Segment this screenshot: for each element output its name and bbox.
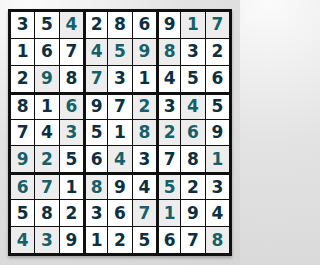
cell-r5c4[interactable]: 5 [84, 120, 107, 146]
cell-r1c1[interactable]: 3 [11, 12, 34, 38]
cell-r1c3[interactable]: 4 [60, 12, 83, 38]
cell-r3c2[interactable]: 9 [35, 66, 58, 92]
cell-r4c9[interactable]: 5 [206, 93, 229, 119]
cell-r6c2[interactable]: 2 [35, 146, 58, 172]
cell-r6c8[interactable]: 8 [181, 146, 204, 172]
cell-r3c5[interactable]: 3 [108, 66, 131, 92]
cell-r9c9[interactable]: 8 [206, 227, 229, 253]
cell-r9c4[interactable]: 1 [84, 227, 107, 253]
cell-r6c1[interactable]: 9 [11, 146, 34, 172]
cell-r5c9[interactable]: 9 [206, 120, 229, 146]
cell-r2c6[interactable]: 9 [133, 39, 156, 65]
cell-r2c5[interactable]: 5 [108, 39, 131, 65]
cell-r2c1[interactable]: 1 [11, 39, 34, 65]
cell-r9c8[interactable]: 7 [181, 227, 204, 253]
cell-r3c8[interactable]: 5 [181, 66, 204, 92]
cell-r5c8[interactable]: 6 [181, 120, 204, 146]
cell-r9c2[interactable]: 3 [35, 227, 58, 253]
cell-r8c8[interactable]: 9 [181, 200, 204, 226]
cell-r3c9[interactable]: 6 [206, 66, 229, 92]
cell-r7c8[interactable]: 2 [181, 173, 204, 199]
cell-r8c2[interactable]: 8 [35, 200, 58, 226]
cell-r1c8[interactable]: 1 [181, 12, 204, 38]
cell-r1c7[interactable]: 9 [157, 12, 180, 38]
cell-r4c3[interactable]: 6 [60, 93, 83, 119]
cell-r2c3[interactable]: 7 [60, 39, 83, 65]
cell-r4c1[interactable]: 8 [11, 93, 34, 119]
cell-r4c5[interactable]: 7 [108, 93, 131, 119]
cell-r8c6[interactable]: 7 [133, 200, 156, 226]
cell-r8c9[interactable]: 4 [206, 200, 229, 226]
cell-r1c6[interactable]: 6 [133, 12, 156, 38]
cell-r9c3[interactable]: 9 [60, 227, 83, 253]
cell-r1c2[interactable]: 5 [35, 12, 58, 38]
cell-r3c1[interactable]: 2 [11, 66, 34, 92]
cell-r5c2[interactable]: 4 [35, 120, 58, 146]
cell-r8c7[interactable]: 1 [157, 200, 180, 226]
cell-r4c7[interactable]: 3 [157, 93, 180, 119]
cell-r6c9[interactable]: 1 [206, 146, 229, 172]
cell-r4c8[interactable]: 4 [181, 93, 204, 119]
cell-r7c4[interactable]: 8 [84, 173, 107, 199]
cell-r7c2[interactable]: 7 [35, 173, 58, 199]
cell-r6c5[interactable]: 4 [108, 146, 131, 172]
cell-r9c7[interactable]: 6 [157, 227, 180, 253]
cell-r3c4[interactable]: 7 [84, 66, 107, 92]
cell-r2c4[interactable]: 4 [84, 39, 107, 65]
cell-r3c7[interactable]: 4 [157, 66, 180, 92]
cell-r6c7[interactable]: 7 [157, 146, 180, 172]
cell-r3c3[interactable]: 8 [60, 66, 83, 92]
cell-r9c6[interactable]: 5 [133, 227, 156, 253]
cell-r9c1[interactable]: 4 [11, 227, 34, 253]
cell-r4c4[interactable]: 9 [84, 93, 107, 119]
cell-r4c2[interactable]: 1 [35, 93, 58, 119]
cell-r1c5[interactable]: 8 [108, 12, 131, 38]
cell-r6c3[interactable]: 5 [60, 146, 83, 172]
cell-r4c6[interactable]: 2 [133, 93, 156, 119]
cell-r5c6[interactable]: 8 [133, 120, 156, 146]
cell-r6c4[interactable]: 6 [84, 146, 107, 172]
cell-r8c4[interactable]: 3 [84, 200, 107, 226]
cell-r5c3[interactable]: 3 [60, 120, 83, 146]
cell-r2c2[interactable]: 6 [35, 39, 58, 65]
cell-r5c7[interactable]: 2 [157, 120, 180, 146]
cell-r8c5[interactable]: 6 [108, 200, 131, 226]
cell-r7c3[interactable]: 1 [60, 173, 83, 199]
cell-r7c1[interactable]: 6 [11, 173, 34, 199]
cell-r5c5[interactable]: 1 [108, 120, 131, 146]
cell-r1c4[interactable]: 2 [84, 12, 107, 38]
cell-r8c3[interactable]: 2 [60, 200, 83, 226]
cell-r6c6[interactable]: 3 [133, 146, 156, 172]
cell-r7c7[interactable]: 5 [157, 173, 180, 199]
cell-r7c9[interactable]: 3 [206, 173, 229, 199]
cell-r1c9[interactable]: 7 [206, 12, 229, 38]
cell-r2c8[interactable]: 3 [181, 39, 204, 65]
cell-r2c7[interactable]: 8 [157, 39, 180, 65]
cell-r7c6[interactable]: 4 [133, 173, 156, 199]
cell-r9c5[interactable]: 2 [108, 227, 131, 253]
cell-r2c9[interactable]: 2 [206, 39, 229, 65]
sudoku-board: 3542869171674598322987314568169723457435… [8, 9, 232, 256]
cell-r5c1[interactable]: 7 [11, 120, 34, 146]
cell-r8c1[interactable]: 5 [11, 200, 34, 226]
cell-r7c5[interactable]: 9 [108, 173, 131, 199]
cell-r3c6[interactable]: 1 [133, 66, 156, 92]
